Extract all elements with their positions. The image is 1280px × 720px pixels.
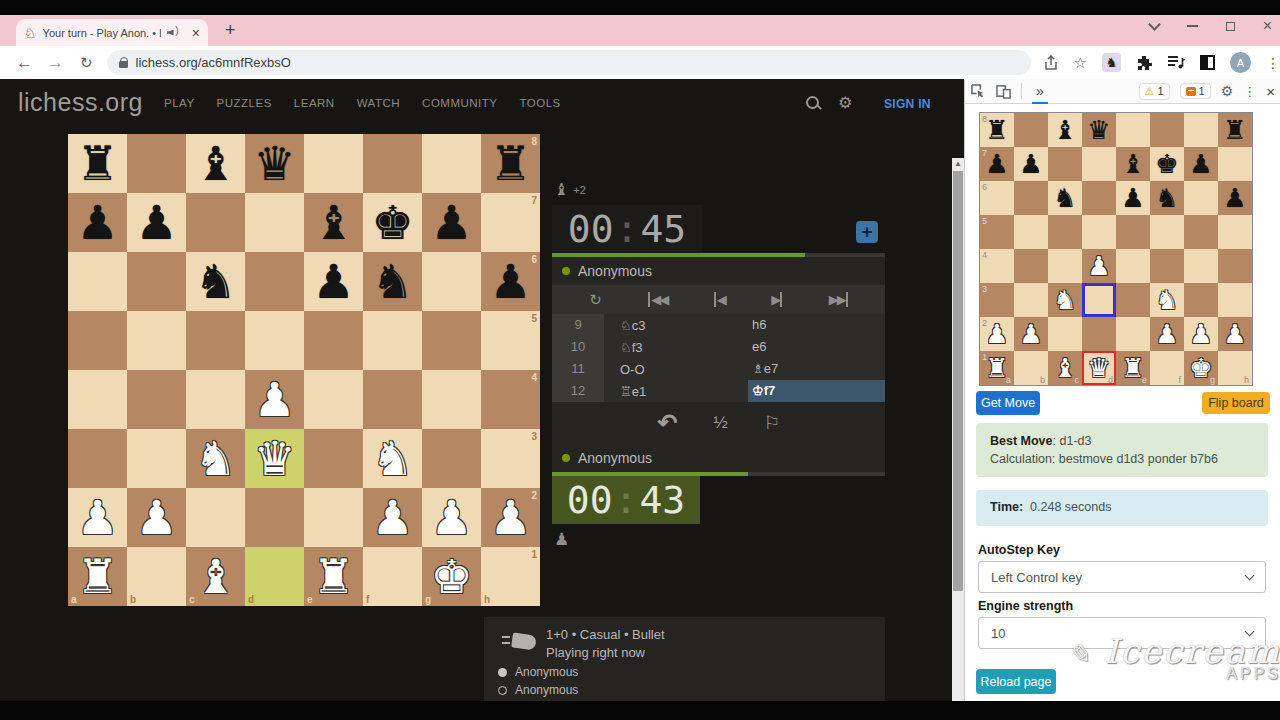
square-g2[interactable]: ♟ xyxy=(422,488,481,547)
black-queen-d8[interactable]: ♛ xyxy=(245,134,304,193)
browser-tab[interactable]: ♘ Your turn - Play Anon. • liche × xyxy=(16,19,208,46)
square-d5[interactable] xyxy=(245,311,304,370)
inspect-element-icon[interactable] xyxy=(971,84,986,99)
square-e1: ♜e xyxy=(1116,351,1150,385)
black-bishop-c8: ♝ xyxy=(1048,113,1082,147)
square-a2[interactable]: ♟ xyxy=(68,488,127,547)
material-score: +2 xyxy=(573,184,586,196)
square-g1[interactable]: ♚g xyxy=(422,547,481,606)
rank-label: 1 xyxy=(982,352,987,362)
window-restore-icon[interactable] xyxy=(1226,22,1235,31)
bookmark-star-icon[interactable]: ☆ xyxy=(1074,54,1087,72)
give-time-button[interactable]: + xyxy=(856,221,878,243)
bullet-icon xyxy=(502,632,536,652)
player1-name[interactable]: Anonymous xyxy=(515,665,578,679)
autostep-label: AutoStep Key xyxy=(978,543,1060,557)
square-e3 xyxy=(1116,283,1150,317)
rank-label: 1 xyxy=(531,549,537,560)
square-a1: ♜1a xyxy=(980,351,1014,385)
square-c3[interactable]: ♞ xyxy=(186,429,245,488)
rank-label: 3 xyxy=(531,431,537,442)
engine-strength-value: 10 xyxy=(991,626,1005,641)
move-number: 10 xyxy=(552,336,604,358)
move-cell-10w[interactable]: ♘f3 xyxy=(604,340,748,355)
chess-extension-icon[interactable]: ♞ xyxy=(1102,53,1121,72)
square-b7[interactable]: ♟ xyxy=(127,193,186,252)
lichess-favicon-icon: ♘ xyxy=(24,26,37,40)
square-b2: ♟ xyxy=(1014,317,1048,351)
black-rook-h8: ♜ xyxy=(1218,113,1252,147)
get-move-button[interactable]: Get Move xyxy=(976,391,1040,415)
square-a5: 5 xyxy=(980,215,1014,249)
best-move-label: Best Move xyxy=(990,434,1053,448)
square-d4[interactable]: ♟ xyxy=(245,370,304,429)
black-pawn-h6: ♟ xyxy=(1218,181,1252,215)
file-label: h xyxy=(484,594,490,605)
square-c5 xyxy=(1048,215,1082,249)
black-knight-c6[interactable]: ♞ xyxy=(186,252,245,311)
square-d1[interactable]: d xyxy=(245,547,304,606)
square-g3 xyxy=(1184,283,1218,317)
square-b2[interactable]: ♟ xyxy=(127,488,186,547)
devtools-menu-icon[interactable]: ⋮ xyxy=(1243,84,1256,99)
search-icon[interactable] xyxy=(806,96,822,112)
screen: ♘ Your turn - Play Anon. • liche × + × ←… xyxy=(0,0,1280,720)
black-queen-d8: ♛ xyxy=(1082,113,1116,147)
browser-menu-icon[interactable]: ⋮ xyxy=(1266,55,1280,71)
rank-label: 4 xyxy=(982,250,987,260)
black-pawn-b7: ♟ xyxy=(1014,147,1048,181)
square-b8 xyxy=(1014,113,1048,147)
bottom-player-name[interactable]: Anonymous xyxy=(578,450,652,466)
square-g6 xyxy=(1184,181,1218,215)
page-scrollbar[interactable]: ▲ xyxy=(952,158,964,720)
square-h1[interactable]: 1h xyxy=(481,547,540,606)
move-cell-11w[interactable]: O-O xyxy=(604,362,748,377)
square-c4[interactable] xyxy=(186,370,245,429)
move-row: 11O-O♗e7 xyxy=(552,358,885,380)
file-label: g xyxy=(1210,375,1215,385)
square-d2[interactable] xyxy=(245,488,304,547)
url-text[interactable]: lichess.org/ac6mnfRexbsO xyxy=(136,55,291,70)
file-label: h xyxy=(1244,375,1249,385)
takeback-icon[interactable]: ↶ xyxy=(657,409,677,437)
rank-label: 5 xyxy=(531,313,537,324)
black-king-f7[interactable]: ♚ xyxy=(363,193,422,252)
time-label: Time: xyxy=(990,500,1023,514)
move-row: 10♘f3e6 xyxy=(552,336,885,358)
devtools-close-icon[interactable]: × xyxy=(1266,83,1275,100)
square-e5 xyxy=(1116,215,1150,249)
file-label: a xyxy=(71,594,77,605)
square-e3[interactable] xyxy=(304,429,363,488)
top-black-bar xyxy=(0,0,1280,15)
first-move-icon[interactable]: ◀◀ xyxy=(648,292,667,307)
square-f3: ♞ xyxy=(1150,283,1184,317)
square-a4[interactable] xyxy=(68,370,127,429)
scroll-up-icon[interactable]: ▲ xyxy=(952,158,964,170)
square-g4 xyxy=(1184,249,1218,283)
online-dot-icon xyxy=(562,267,570,275)
square-f8[interactable] xyxy=(363,134,422,193)
player-list-item[interactable]: Anonymous xyxy=(498,665,578,679)
bottom-player-row[interactable]: Anonymous xyxy=(552,444,885,472)
top-player-row[interactable]: Anonymous xyxy=(552,257,885,285)
time-panel: Time: 0.248 seconds xyxy=(976,490,1268,526)
square-f5[interactable] xyxy=(363,311,422,370)
file-label: b xyxy=(130,594,136,605)
browser-navbar: ← → ↻ lichess.org/ac6mnfRexbsO ☆ ♞ A ⋮ xyxy=(0,46,1280,79)
square-f2[interactable]: ♟ xyxy=(363,488,422,547)
black-knight-f6: ♞ xyxy=(1150,181,1184,215)
device-toolbar-icon[interactable] xyxy=(996,84,1011,99)
square-g3[interactable] xyxy=(422,429,481,488)
black-pawn-g7: ♟ xyxy=(1184,147,1218,181)
square-h5 xyxy=(1218,215,1252,249)
online-dot-icon xyxy=(562,454,570,462)
address-bar[interactable]: lichess.org/ac6mnfRexbsO xyxy=(107,50,1031,75)
move-row: 9♘c3h6 xyxy=(552,314,885,336)
square-d7 xyxy=(1082,147,1116,181)
new-tab-button[interactable]: + xyxy=(225,20,236,41)
rank-label: 8 xyxy=(531,136,537,147)
file-label: f xyxy=(366,594,369,605)
lichess-page: lichess.org PLAY PUZZLES LEARN WATCH COM… xyxy=(0,79,952,701)
square-h7[interactable]: 7 xyxy=(481,193,540,252)
rank-label: 2 xyxy=(531,490,537,501)
devtools-panel: » ⚠1 1 ⚙ ⋮ × ♜8♝♛♜♟7♟♝♚♟6♞♟♞♟54♟3♞♞♟2♟♟♟… xyxy=(964,79,1280,701)
top-player-name[interactable]: Anonymous xyxy=(578,263,652,279)
square-c8[interactable]: ♝ xyxy=(186,134,245,193)
captured-bishop-icon: ♝ xyxy=(554,180,568,199)
square-h4 xyxy=(1218,249,1252,283)
square-f4 xyxy=(1150,249,1184,283)
prev-move-icon[interactable]: ◀ xyxy=(714,292,725,307)
square-b6 xyxy=(1014,181,1048,215)
square-f1[interactable]: f xyxy=(363,547,422,606)
best-move-value: : d1-d3 xyxy=(1053,434,1092,448)
issues-badge[interactable]: 1 xyxy=(1180,83,1211,99)
white-pawn-g2[interactable]: ♟ xyxy=(422,488,481,547)
square-d3 xyxy=(1082,283,1116,317)
square-f1: f xyxy=(1150,351,1184,385)
cycle-icon[interactable]: ↻ xyxy=(589,291,602,309)
move-cell-12b[interactable]: ♔f7 xyxy=(748,380,885,402)
square-b3 xyxy=(1014,283,1048,317)
time-seconds: 0.248 seconds xyxy=(1030,500,1111,514)
square-h3[interactable]: 3 xyxy=(481,429,540,488)
nav-community[interactable]: COMMUNITY xyxy=(422,97,497,109)
square-a4: 4 xyxy=(980,249,1014,283)
square-g2: ♟ xyxy=(1184,317,1218,351)
issue-icon xyxy=(1186,87,1196,96)
window-close-icon[interactable]: × xyxy=(1263,21,1272,31)
square-c3: ♞ xyxy=(1048,283,1082,317)
square-h6[interactable]: ♟6 xyxy=(481,252,540,311)
main-chess-board: ♜♝♛♜8♟♟♝♚♟7♞♟♞♟65♟4♞♛♞3♟♟♟♟♟2♜ab♝cd♜ef♚g… xyxy=(68,134,540,606)
move-cell-12w[interactable]: ♖e1 xyxy=(604,384,748,399)
resign-flag-icon[interactable]: ⚐ xyxy=(764,412,780,434)
tab-title: Your turn - Play Anon. • liche xyxy=(43,27,161,39)
bottom-player-clock: 00:43 xyxy=(552,476,700,524)
square-c2[interactable] xyxy=(186,488,245,547)
square-e7[interactable]: ♝ xyxy=(304,193,363,252)
square-g7[interactable]: ♟ xyxy=(422,193,481,252)
autostep-select[interactable]: Left Control key xyxy=(978,561,1266,593)
devtools-settings-icon[interactable]: ⚙ xyxy=(1221,83,1234,99)
game-meta: 1+0 • Casual • Bullet xyxy=(546,627,665,642)
square-c5[interactable] xyxy=(186,311,245,370)
black-king-f7: ♚ xyxy=(1150,147,1184,181)
black-pawn-g7[interactable]: ♟ xyxy=(422,193,481,252)
square-d1: ♛d xyxy=(1082,351,1116,385)
square-b6[interactable] xyxy=(127,252,186,311)
black-pawn-b7[interactable]: ♟ xyxy=(127,193,186,252)
square-h8[interactable]: ♜8 xyxy=(481,134,540,193)
square-d2 xyxy=(1082,317,1116,351)
white-pawn-b2: ♟ xyxy=(1014,317,1048,351)
file-label: e xyxy=(307,594,313,605)
square-f6[interactable]: ♞ xyxy=(363,252,422,311)
engine-strength-label: Engine strength xyxy=(978,599,1073,613)
forward-button[interactable]: → xyxy=(47,53,64,73)
white-pawn-a2[interactable]: ♟ xyxy=(68,488,127,547)
square-f5 xyxy=(1150,215,1184,249)
white-knight-f3[interactable]: ♞ xyxy=(363,429,422,488)
nav-learn[interactable]: LEARN xyxy=(294,97,335,109)
white-pawn-f2[interactable]: ♟ xyxy=(363,488,422,547)
white-player-dot-icon xyxy=(498,686,507,695)
window-minimize-icon[interactable] xyxy=(1187,25,1198,27)
square-f4[interactable] xyxy=(363,370,422,429)
white-pawn-d4: ♟ xyxy=(1082,249,1116,283)
chevron-down-icon xyxy=(1245,626,1255,636)
square-d5 xyxy=(1082,215,1116,249)
nav-play[interactable]: PLAY xyxy=(164,97,195,109)
devtools-more-tabs[interactable]: » xyxy=(1032,83,1048,99)
square-d8[interactable]: ♛ xyxy=(245,134,304,193)
black-knight-c6: ♞ xyxy=(1048,181,1082,215)
next-move-icon[interactable]: ▶ xyxy=(771,292,782,307)
profile-avatar[interactable]: A xyxy=(1230,52,1251,73)
captured-pieces-bottom: ♟ xyxy=(554,529,569,550)
square-a5[interactable] xyxy=(68,311,127,370)
square-f8 xyxy=(1150,113,1184,147)
player-list-item[interactable]: Anonymous xyxy=(498,683,578,697)
share-icon[interactable] xyxy=(1043,55,1059,71)
square-a6: 6 xyxy=(980,181,1014,215)
square-d6[interactable] xyxy=(245,252,304,311)
square-c7[interactable] xyxy=(186,193,245,252)
square-h1: h xyxy=(1218,351,1252,385)
move-cell-9w[interactable]: ♘c3 xyxy=(604,318,748,333)
warning-icon: ⚠ xyxy=(1145,85,1155,98)
settings-gear-icon[interactable]: ⚙ xyxy=(838,93,852,112)
nav-tools[interactable]: TOOLS xyxy=(520,97,561,109)
square-g6[interactable] xyxy=(422,252,481,311)
nav-puzzles[interactable]: PUZZLES xyxy=(217,97,272,109)
rank-label: 7 xyxy=(531,195,537,206)
side-panel-icon[interactable] xyxy=(1200,55,1215,70)
square-h2: ♟ xyxy=(1218,317,1252,351)
square-a7: ♟7 xyxy=(980,147,1014,181)
rank-label: 5 xyxy=(982,216,987,226)
last-move-icon[interactable]: ▶▶ xyxy=(829,292,848,307)
file-label: c xyxy=(189,594,195,605)
rank-label: 7 xyxy=(982,148,987,158)
black-pawn-e6: ♟ xyxy=(1116,181,1150,215)
square-a2: ♟2 xyxy=(980,317,1014,351)
square-d6 xyxy=(1082,181,1116,215)
back-button[interactable]: ← xyxy=(16,53,33,73)
square-e1[interactable]: ♜e xyxy=(304,547,363,606)
square-b5[interactable] xyxy=(127,311,186,370)
tab-audio-icon[interactable] xyxy=(167,28,178,38)
square-c1[interactable]: ♝c xyxy=(186,547,245,606)
square-b4 xyxy=(1014,249,1048,283)
square-e2[interactable] xyxy=(304,488,363,547)
square-f7[interactable]: ♚ xyxy=(363,193,422,252)
square-e8 xyxy=(1116,113,1150,147)
top-player-clock: 00:45 xyxy=(552,205,702,252)
square-d7[interactable] xyxy=(245,193,304,252)
white-pawn-g2: ♟ xyxy=(1184,317,1218,351)
square-a3[interactable] xyxy=(68,429,127,488)
square-g7: ♟ xyxy=(1184,147,1218,181)
move-number: 11 xyxy=(552,358,604,380)
black-knight-f6[interactable]: ♞ xyxy=(363,252,422,311)
square-g8[interactable] xyxy=(422,134,481,193)
bottom-black-bar xyxy=(0,701,1280,720)
white-pawn-b2[interactable]: ♟ xyxy=(127,488,186,547)
black-pawn-a7[interactable]: ♟ xyxy=(68,193,127,252)
best-move-panel: Best Move: d1-d3 Calculation: bestmove d… xyxy=(976,423,1268,477)
browser-tabstrip: ♘ Your turn - Play Anon. • liche × + × xyxy=(0,15,1280,46)
square-h2[interactable]: ♟2 xyxy=(481,488,540,547)
white-knight-f3: ♞ xyxy=(1150,283,1184,317)
square-e4 xyxy=(1116,249,1150,283)
square-e6: ♟ xyxy=(1116,181,1150,215)
square-a1[interactable]: ♜a xyxy=(68,547,127,606)
tab-close-icon[interactable]: × xyxy=(192,25,200,41)
lichess-nav: PLAY PUZZLES LEARN WATCH COMMUNITY TOOLS xyxy=(164,97,561,109)
square-h7 xyxy=(1218,147,1252,181)
square-e5[interactable] xyxy=(304,311,363,370)
sign-in-link[interactable]: SIGN IN xyxy=(884,97,931,111)
black-bishop-e7[interactable]: ♝ xyxy=(304,193,363,252)
square-h6: ♟ xyxy=(1218,181,1252,215)
offer-draw-button[interactable]: ½ xyxy=(713,413,727,433)
reload-page-button[interactable]: Reload page xyxy=(976,669,1056,694)
square-a7[interactable]: ♟ xyxy=(68,193,127,252)
file-label: f xyxy=(1178,375,1181,385)
white-knight-c3: ♞ xyxy=(1048,283,1082,317)
square-b1[interactable]: b xyxy=(127,547,186,606)
devtools-header-right: ⚠1 1 ⚙ ⋮ × xyxy=(1139,83,1275,100)
extensions-puzzle-icon[interactable] xyxy=(1136,55,1152,71)
rank-label: 4 xyxy=(531,372,537,383)
nav-watch[interactable]: WATCH xyxy=(357,97,400,109)
move-cell-11b[interactable]: ♗e7 xyxy=(748,358,885,380)
rank-label: 2 xyxy=(982,318,987,328)
white-queen-d1: ♛ xyxy=(1082,351,1116,385)
square-g5[interactable] xyxy=(422,311,481,370)
white-pawn-h2: ♟ xyxy=(1218,317,1252,351)
square-e6[interactable]: ♟ xyxy=(304,252,363,311)
lichess-logo[interactable]: lichess.org xyxy=(18,88,143,117)
calculation-line: Calculation: bestmove d1d3 ponder b7b6 xyxy=(990,450,1254,468)
square-h8: ♜ xyxy=(1218,113,1252,147)
square-f6: ♞ xyxy=(1150,181,1184,215)
square-b3[interactable] xyxy=(127,429,186,488)
black-rook-a8[interactable]: ♜ xyxy=(68,134,127,193)
square-g8 xyxy=(1184,113,1218,147)
square-a8: ♜8 xyxy=(980,113,1014,147)
square-b1: b xyxy=(1014,351,1048,385)
square-b4[interactable] xyxy=(127,370,186,429)
chevron-down-icon xyxy=(1245,570,1255,580)
square-c1: ♝c xyxy=(1048,351,1082,385)
square-f7: ♚ xyxy=(1150,147,1184,181)
file-label: c xyxy=(1075,375,1080,385)
window-chevron-icon[interactable] xyxy=(1148,18,1161,31)
square-a3: 3 xyxy=(980,283,1014,317)
square-e4[interactable] xyxy=(304,370,363,429)
move-list: 9♘c3h610♘f3e611O-O♗e712♖e1♔f7 xyxy=(552,314,885,402)
autostep-value: Left Control key xyxy=(991,570,1082,585)
square-f3[interactable]: ♞ xyxy=(363,429,422,488)
white-knight-c3[interactable]: ♞ xyxy=(186,429,245,488)
warnings-badge[interactable]: ⚠1 xyxy=(1139,83,1170,100)
square-h3 xyxy=(1218,283,1252,317)
player2-name[interactable]: Anonymous xyxy=(515,683,578,697)
reload-button[interactable]: ↻ xyxy=(80,54,93,72)
file-label: d xyxy=(248,594,254,605)
move-cell-9b[interactable]: h6 xyxy=(748,314,885,336)
engine-strength-select[interactable]: 10 xyxy=(978,617,1266,649)
move-number: 12 xyxy=(552,380,604,402)
move-cell-10b[interactable]: e6 xyxy=(748,336,885,358)
square-a8[interactable]: ♜ xyxy=(68,134,127,193)
square-h4[interactable]: 4 xyxy=(481,370,540,429)
black-bishop-c8[interactable]: ♝ xyxy=(186,134,245,193)
square-c2 xyxy=(1048,317,1082,351)
lock-icon[interactable] xyxy=(119,57,128,68)
square-a6[interactable] xyxy=(68,252,127,311)
square-e8[interactable] xyxy=(304,134,363,193)
reading-list-icon[interactable] xyxy=(1167,55,1185,70)
square-b8[interactable] xyxy=(127,134,186,193)
square-d3[interactable]: ♛ xyxy=(245,429,304,488)
white-pawn-d4[interactable]: ♟ xyxy=(245,370,304,429)
file-label: g xyxy=(425,594,431,605)
square-h5[interactable]: 5 xyxy=(481,311,540,370)
rank-label: 3 xyxy=(982,284,987,294)
black-player-dot-icon xyxy=(498,668,507,677)
file-label: e xyxy=(1142,375,1147,385)
flip-board-button[interactable]: Flip board xyxy=(1202,392,1270,414)
scrollbar-thumb[interactable] xyxy=(953,171,963,591)
white-queen-d3[interactable]: ♛ xyxy=(245,429,304,488)
square-e2 xyxy=(1116,317,1150,351)
file-label: b xyxy=(1040,375,1045,385)
square-e7: ♝ xyxy=(1116,147,1150,181)
black-bishop-e7: ♝ xyxy=(1116,147,1150,181)
square-c6[interactable]: ♞ xyxy=(186,252,245,311)
move-nav-bar: ↻ ◀◀ ◀ ▶ ▶▶ xyxy=(552,285,885,314)
square-g4[interactable] xyxy=(422,370,481,429)
black-pawn-e6[interactable]: ♟ xyxy=(304,252,363,311)
